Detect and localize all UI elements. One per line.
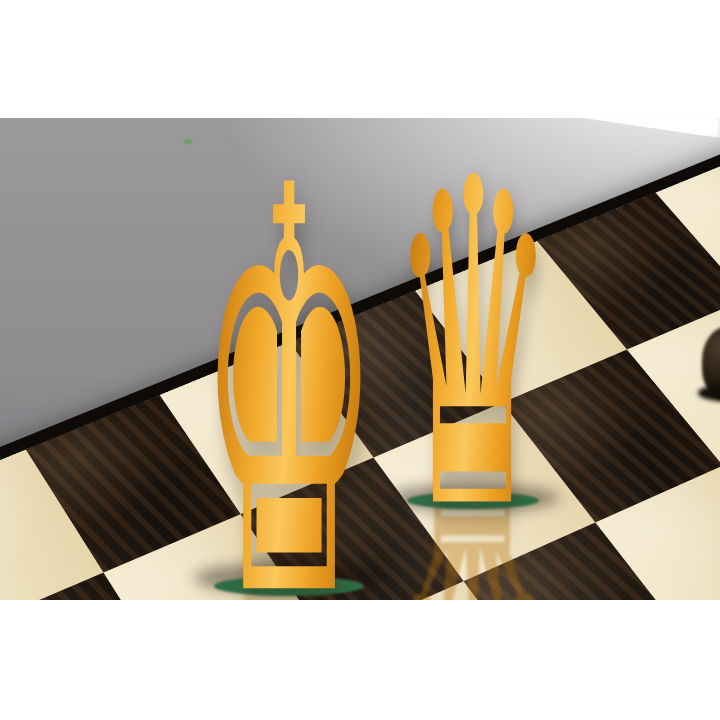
white-king-piece: ♚ [198,118,381,600]
product-photo-stage: ♚ ♛ ♚ ♛ [0,0,720,720]
white-queen-piece: ♛ [390,122,557,572]
photo-area: ♚ ♛ ♚ ♛ [0,118,720,600]
